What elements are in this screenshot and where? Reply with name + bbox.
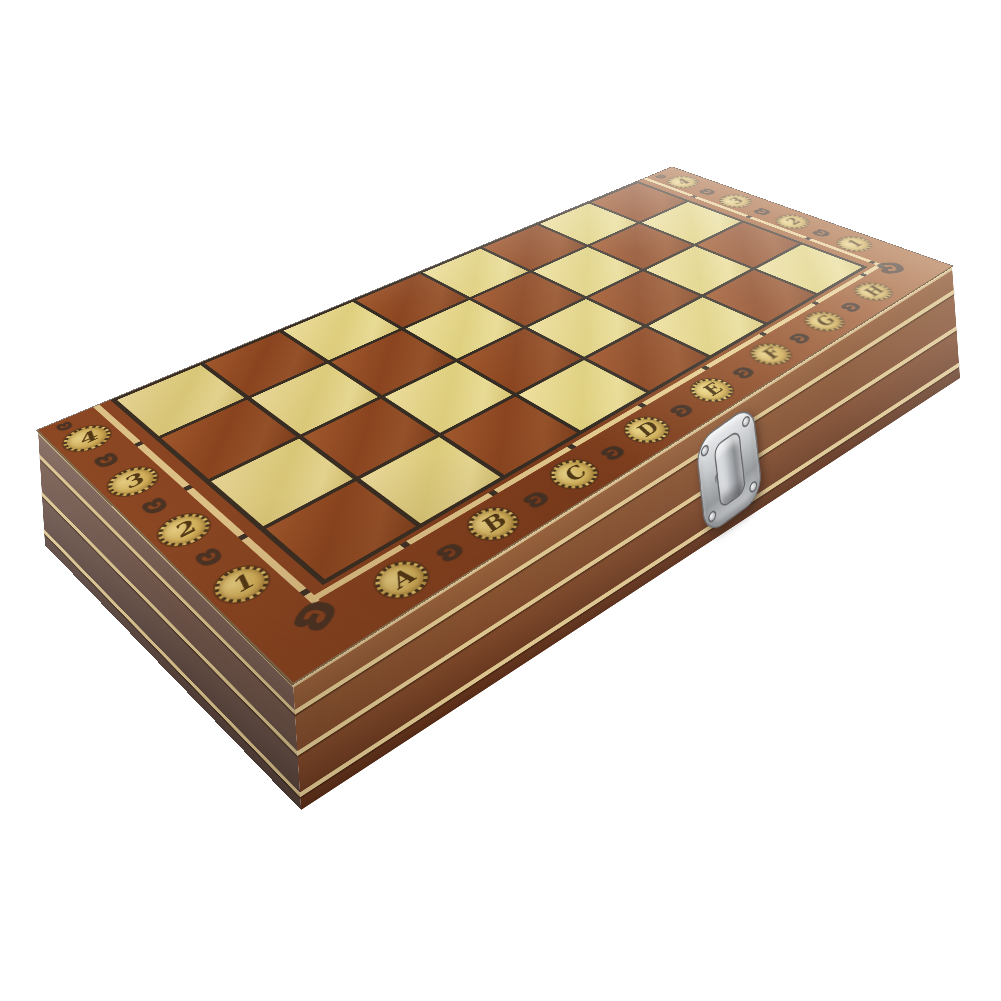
scroll-ornament-icon: ʚ: [780, 328, 817, 346]
product-photo-scene: 43214321ABCDEFGH ʚʚʚʚʚʚʚʚʚʚʚʚʚʚʚʚʚ: [0, 0, 1001, 1001]
scroll-ornament-icon: ʚ: [723, 362, 761, 382]
scroll-ornament-icon: ʚ: [660, 398, 700, 420]
scroll-ornament-icon: ʚ: [808, 226, 838, 239]
scroll-ornament-icon: ʚ: [426, 535, 472, 567]
scroll-ornament-icon: ʚ: [87, 447, 132, 472]
scroll-ornament-icon: ʚ: [52, 418, 82, 434]
scroll-ornament-icon: ʚ: [832, 298, 867, 315]
scroll-ornament-icon: ʚ: [273, 594, 351, 636]
scroll-ornament-icon: ʚ: [868, 256, 913, 277]
scroll-ornament-icon: ʚ: [695, 186, 723, 197]
scroll-ornament-icon: ʚ: [187, 540, 236, 572]
scroll-ornament-icon: ʚ: [652, 173, 671, 181]
scroll-ornament-icon: ʚ: [591, 439, 633, 464]
scroll-ornament-icon: ʚ: [134, 491, 181, 519]
scroll-ornament-icon: ʚ: [749, 205, 778, 217]
scroll-ornament-icon: ʚ: [513, 484, 557, 512]
